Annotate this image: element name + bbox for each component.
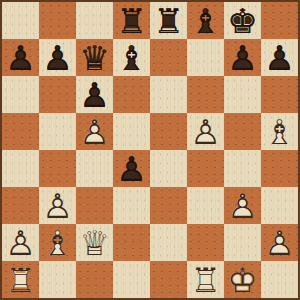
square-e6[interactable] (150, 76, 187, 113)
square-b8[interactable] (39, 2, 76, 39)
square-c1[interactable] (76, 261, 113, 298)
square-h7[interactable]: ♟♙ (261, 39, 298, 76)
square-h8[interactable] (261, 2, 298, 39)
square-e8[interactable]: ♜♖ (150, 2, 187, 39)
white-pawn-h2[interactable]: ♟♙ (261, 224, 298, 261)
square-g5[interactable] (224, 113, 261, 150)
square-e7[interactable] (150, 39, 187, 76)
square-c4[interactable] (76, 150, 113, 187)
square-b4[interactable] (39, 150, 76, 187)
square-f1[interactable]: ♜♖ (187, 261, 224, 298)
square-g3[interactable]: ♟♙ (224, 187, 261, 224)
square-b6[interactable] (39, 76, 76, 113)
white-king-g1[interactable]: ♚♔ (224, 261, 261, 298)
square-f2[interactable] (187, 224, 224, 261)
square-g6[interactable] (224, 76, 261, 113)
square-a7[interactable]: ♟♙ (2, 39, 39, 76)
square-h3[interactable] (261, 187, 298, 224)
square-h6[interactable] (261, 76, 298, 113)
black-pawn-a7[interactable]: ♟♙ (2, 39, 39, 76)
black-pawn-d4[interactable]: ♟♙ (113, 150, 150, 187)
square-h2[interactable]: ♟♙ (261, 224, 298, 261)
black-queen-c7[interactable]: ♛♕ (76, 39, 113, 76)
square-e5[interactable] (150, 113, 187, 150)
black-pawn-b7[interactable]: ♟♙ (39, 39, 76, 76)
square-d7[interactable]: ♝♗ (113, 39, 150, 76)
white-bishop-h5[interactable]: ♝♗ (261, 113, 298, 150)
square-d3[interactable] (113, 187, 150, 224)
square-a3[interactable] (2, 187, 39, 224)
square-e1[interactable] (150, 261, 187, 298)
black-bishop-d7[interactable]: ♝♗ (113, 39, 150, 76)
white-bishop-b2[interactable]: ♝♗ (39, 224, 76, 261)
square-a1[interactable]: ♜♖ (2, 261, 39, 298)
square-c6[interactable]: ♟♙ (76, 76, 113, 113)
square-d1[interactable] (113, 261, 150, 298)
black-bishop-f8[interactable]: ♝♗ (187, 2, 224, 39)
square-d8[interactable]: ♜♖ (113, 2, 150, 39)
square-c8[interactable] (76, 2, 113, 39)
square-f3[interactable] (187, 187, 224, 224)
black-pawn-h7[interactable]: ♟♙ (261, 39, 298, 76)
square-e3[interactable] (150, 187, 187, 224)
white-pawn-b3[interactable]: ♟♙ (39, 187, 76, 224)
black-rook-e8[interactable]: ♜♖ (150, 2, 187, 39)
black-pawn-g7[interactable]: ♟♙ (224, 39, 261, 76)
square-c7[interactable]: ♛♕ (76, 39, 113, 76)
square-b2[interactable]: ♝♗ (39, 224, 76, 261)
white-rook-a1[interactable]: ♜♖ (2, 261, 39, 298)
square-h1[interactable] (261, 261, 298, 298)
white-queen-c2[interactable]: ♛♕ (76, 224, 113, 261)
square-b3[interactable]: ♟♙ (39, 187, 76, 224)
square-g2[interactable] (224, 224, 261, 261)
black-pawn-c6[interactable]: ♟♙ (76, 76, 113, 113)
white-pawn-a2[interactable]: ♟♙ (2, 224, 39, 261)
square-e4[interactable] (150, 150, 187, 187)
square-f6[interactable] (187, 76, 224, 113)
black-rook-d8[interactable]: ♜♖ (113, 2, 150, 39)
white-pawn-f5[interactable]: ♟♙ (187, 113, 224, 150)
white-pawn-g3[interactable]: ♟♙ (224, 187, 261, 224)
white-rook-f1[interactable]: ♜♖ (187, 261, 224, 298)
square-d2[interactable] (113, 224, 150, 261)
square-d6[interactable] (113, 76, 150, 113)
square-b5[interactable] (39, 113, 76, 150)
square-g4[interactable] (224, 150, 261, 187)
square-f7[interactable] (187, 39, 224, 76)
square-f4[interactable] (187, 150, 224, 187)
black-king-g8[interactable]: ♚♔ (224, 2, 261, 39)
white-pawn-c5[interactable]: ♟♙ (76, 113, 113, 150)
chess-board: ♜♖♜♖♝♗♚♔♟♙♟♙♛♕♝♗♟♙♟♙♟♙♟♙♟♙♝♗♟♙♟♙♟♙♟♙♝♗♛♕… (0, 0, 300, 300)
square-g8[interactable]: ♚♔ (224, 2, 261, 39)
square-c5[interactable]: ♟♙ (76, 113, 113, 150)
square-g7[interactable]: ♟♙ (224, 39, 261, 76)
square-e2[interactable] (150, 224, 187, 261)
square-a4[interactable] (2, 150, 39, 187)
square-d5[interactable] (113, 113, 150, 150)
square-f8[interactable]: ♝♗ (187, 2, 224, 39)
square-f5[interactable]: ♟♙ (187, 113, 224, 150)
square-h4[interactable] (261, 150, 298, 187)
square-g1[interactable]: ♚♔ (224, 261, 261, 298)
square-b7[interactable]: ♟♙ (39, 39, 76, 76)
square-a8[interactable] (2, 2, 39, 39)
square-c3[interactable] (76, 187, 113, 224)
square-d4[interactable]: ♟♙ (113, 150, 150, 187)
square-a6[interactable] (2, 76, 39, 113)
square-h5[interactable]: ♝♗ (261, 113, 298, 150)
square-b1[interactable] (39, 261, 76, 298)
square-c2[interactable]: ♛♕ (76, 224, 113, 261)
square-a2[interactable]: ♟♙ (2, 224, 39, 261)
square-a5[interactable] (2, 113, 39, 150)
